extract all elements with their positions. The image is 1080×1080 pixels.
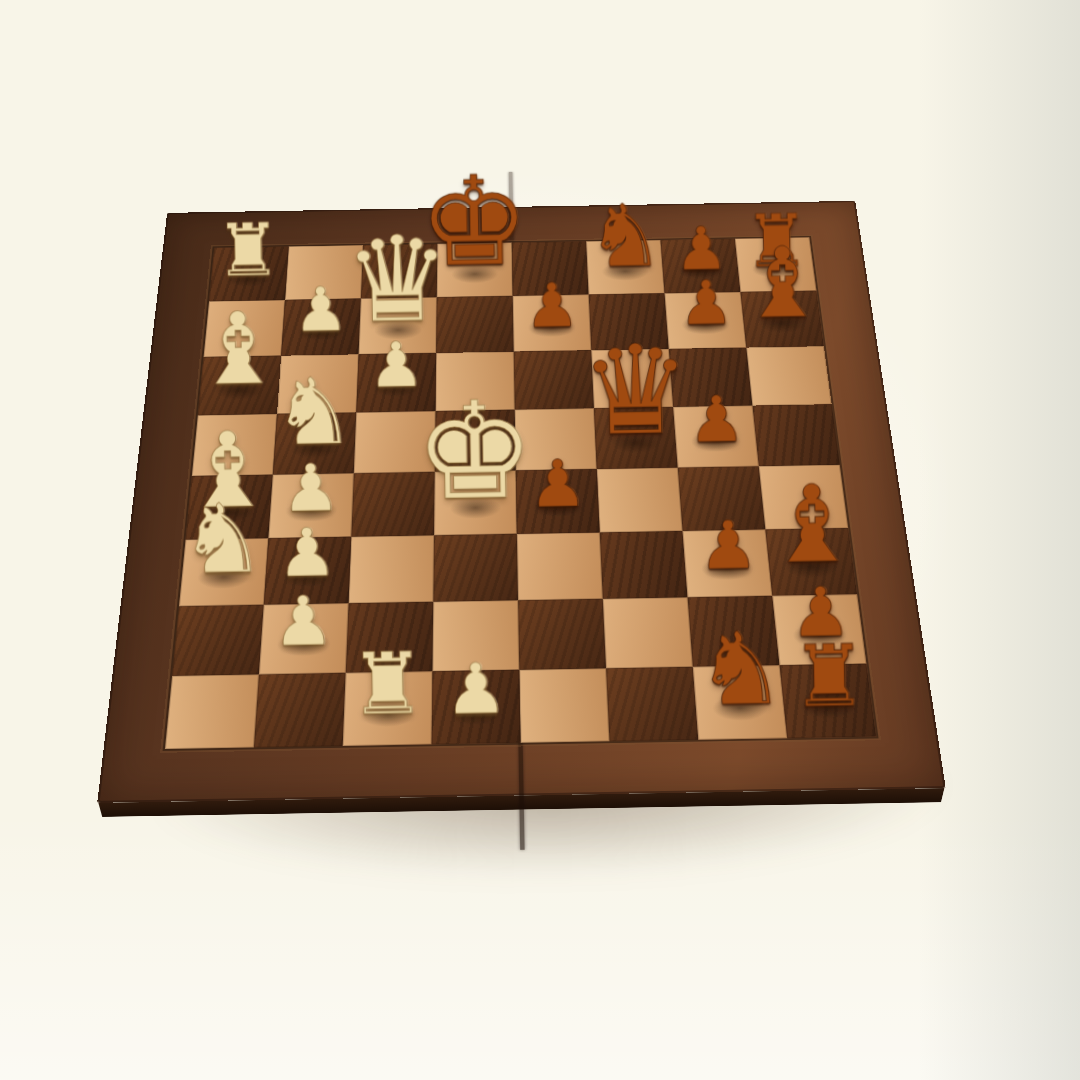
square-b1 (254, 673, 346, 748)
square-d4: ♚ (434, 470, 517, 535)
black-queen-f5: ♛ (579, 328, 692, 453)
square-f1 (606, 667, 698, 741)
white-pawn-b3: ♟ (276, 519, 337, 587)
photo-canvas: ♜♚♞♟♜♟♛♟♟♝♝♟♞♛♟♝♟♚♟♞♟♟♝♟♟♜♟♞♜ R2k1npr/1P… (0, 0, 1080, 1080)
white-pawn-b2: ♟ (272, 587, 334, 656)
perspective-wrapper: ♜♚♞♟♜♟♛♟♟♝♝♟♞♛♟♝♟♚♟♞♟♟♝♟♟♜♟♞♜ (129, 84, 902, 857)
black-bishop-h3: ♝ (763, 471, 860, 579)
square-e4: ♟ (516, 469, 600, 534)
square-h6 (746, 346, 831, 405)
white-rook-c1: ♜ (348, 640, 426, 726)
white-queen-c7: ♛ (343, 220, 451, 340)
square-c3 (349, 535, 435, 603)
white-pawn-d1: ♟ (444, 654, 508, 725)
square-g3: ♟ (683, 530, 773, 598)
square-e1 (519, 668, 609, 742)
black-rook-h1: ♜ (790, 632, 868, 718)
square-f2 (603, 597, 693, 668)
board-squares: ♜♚♞♟♜♟♛♟♟♝♝♟♞♛♟♝♟♚♟♞♟♟♝♟♟♜♟♞♜ (165, 237, 876, 749)
white-pawn-b4: ♟ (280, 455, 339, 521)
black-bishop-h7: ♝ (738, 234, 827, 333)
scene-rotation: ♜♚♞♟♜♟♛♟♟♝♝♟♞♛♟♝♟♚♟♞♟♟♝♟♟♜♟♞♜ (0, 0, 1080, 1080)
square-f5: ♛ (594, 407, 678, 469)
square-h5 (752, 404, 839, 466)
black-pawn-g5: ♟ (687, 387, 745, 452)
black-pawn-e4: ♟ (527, 451, 586, 517)
white-knight-b5: ♞ (272, 366, 356, 459)
square-d3 (433, 534, 518, 602)
square-c1: ♜ (343, 671, 433, 746)
square-h7: ♝ (740, 291, 823, 348)
square-a3: ♞ (179, 538, 268, 606)
white-rook-a8: ♜ (214, 213, 280, 287)
square-a1 (165, 674, 259, 749)
chess-board-frame: ♜♚♞♟♜♟♛♟♟♝♝♟♞♛♟♝♟♚♟♞♟♟♝♟♟♜♟♞♜ (97, 201, 945, 803)
square-a2 (172, 605, 264, 676)
square-a6: ♝ (198, 356, 281, 416)
black-knight-g1: ♞ (694, 619, 786, 721)
square-h1: ♜ (780, 664, 877, 738)
square-f4 (597, 468, 683, 533)
square-g1: ♞ (693, 665, 787, 739)
square-e2 (518, 599, 606, 670)
white-bishop-a6: ♝ (193, 299, 284, 400)
black-knight-f8: ♞ (586, 193, 664, 280)
square-b2: ♟ (259, 603, 349, 674)
square-e3 (517, 532, 603, 600)
square-d1: ♟ (432, 670, 521, 745)
square-f3 (600, 531, 688, 599)
white-knight-a3: ♞ (178, 491, 265, 588)
black-pawn-g3: ♟ (697, 512, 758, 580)
square-f8: ♞ (586, 240, 664, 295)
white-pawn-b7: ♟ (292, 279, 348, 341)
white-king-d4: ♚ (413, 383, 536, 519)
black-pawn-e7: ♟ (524, 275, 580, 337)
